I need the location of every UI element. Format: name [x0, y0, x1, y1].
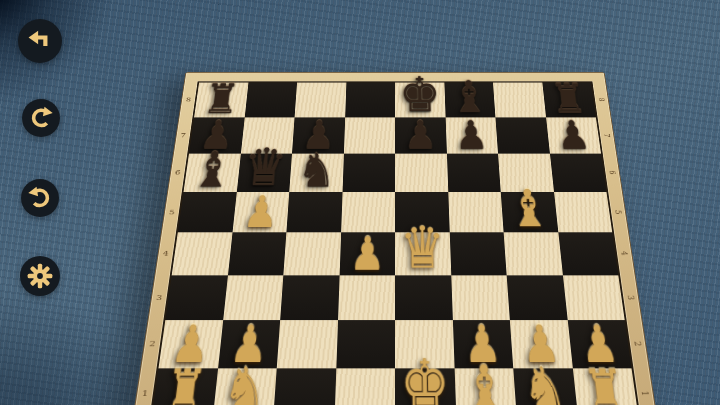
piece-black-knight[interactable]: ♞ [289, 147, 344, 194]
square-d1[interactable] [334, 368, 395, 405]
piece-black-pawn[interactable]: ♟ [395, 116, 447, 155]
piece-white-bishop[interactable]: ♝ [500, 183, 558, 234]
square-b5[interactable]: ♟ [232, 192, 289, 232]
square-e3[interactable] [395, 275, 452, 320]
square-h6[interactable] [550, 154, 607, 192]
square-e4[interactable]: ♛ [395, 232, 451, 275]
piece-white-queen[interactable]: ♛ [395, 219, 451, 277]
square-d4[interactable]: ♟ [339, 232, 395, 275]
piece-white-bishop[interactable]: ♝ [454, 357, 517, 405]
piece-white-pawn[interactable]: ♟ [339, 231, 395, 277]
square-a4[interactable] [172, 232, 232, 275]
square-h4[interactable] [558, 232, 618, 275]
square-h1[interactable]: ♜ [572, 368, 638, 405]
board-squares: ♜♚♝♜♟♟♟♟♟♝♛♞♟♝♟♛♟♟♟♟♟♜♞♚♝♞♜ [149, 81, 641, 405]
square-c6[interactable]: ♞ [289, 154, 343, 192]
square-b1[interactable]: ♞ [212, 368, 277, 405]
back-button[interactable] [18, 19, 62, 63]
piece-white-king[interactable]: ♚ [395, 351, 456, 405]
square-f7[interactable]: ♟ [445, 117, 498, 153]
settings-button[interactable] [20, 256, 60, 296]
square-a6[interactable]: ♝ [184, 154, 241, 192]
square-c1[interactable] [273, 368, 336, 405]
square-c5[interactable] [286, 192, 342, 232]
square-f6[interactable] [447, 154, 501, 192]
square-g8[interactable] [493, 83, 546, 118]
square-e7[interactable]: ♟ [395, 117, 447, 153]
square-g5[interactable]: ♝ [501, 192, 558, 232]
square-c3[interactable] [280, 275, 339, 320]
square-d7[interactable] [343, 117, 395, 153]
square-e1[interactable]: ♚ [395, 368, 456, 405]
chess-board: 87654321 87654321 ♜♚♝♜♟♟♟♟♟♝♛♞♟♝♟♛♟♟♟♟♟♜… [130, 72, 660, 405]
square-h7[interactable]: ♟ [546, 117, 601, 153]
square-a1[interactable]: ♜ [151, 368, 217, 405]
square-d6[interactable] [342, 154, 395, 192]
piece-white-pawn[interactable]: ♟ [232, 190, 289, 233]
square-c2[interactable] [277, 320, 338, 368]
piece-white-rook[interactable]: ♜ [151, 362, 218, 405]
back-arrow-icon [26, 27, 54, 55]
square-e6[interactable] [395, 154, 448, 192]
square-g1[interactable]: ♞ [513, 368, 578, 405]
piece-black-bishop[interactable]: ♝ [183, 145, 241, 193]
piece-white-knight[interactable]: ♞ [513, 359, 578, 405]
piece-white-knight[interactable]: ♞ [212, 359, 277, 405]
square-c4[interactable] [283, 232, 340, 275]
square-b8[interactable] [244, 83, 297, 118]
rotate-clockwise-icon [28, 105, 54, 131]
gear-icon [26, 262, 54, 290]
game-scene: 87654321 87654321 ♜♚♝♜♟♟♟♟♟♝♛♞♟♝♟♛♟♟♟♟♟♜… [0, 0, 720, 405]
square-f1[interactable]: ♝ [454, 368, 517, 405]
piece-black-pawn[interactable]: ♟ [445, 116, 498, 155]
square-b4[interactable] [228, 232, 287, 275]
square-h5[interactable] [554, 192, 613, 232]
square-f4[interactable] [449, 232, 506, 275]
undo-move-button[interactable] [21, 179, 59, 217]
piece-white-rook[interactable]: ♜ [572, 362, 639, 405]
square-g7[interactable] [495, 117, 549, 153]
square-d8[interactable] [345, 83, 395, 118]
square-d2[interactable] [336, 320, 395, 368]
square-f5[interactable] [448, 192, 504, 232]
square-a5[interactable] [178, 192, 237, 232]
square-d3[interactable] [338, 275, 395, 320]
undo-counterclockwise-icon [27, 185, 53, 211]
square-g4[interactable] [504, 232, 563, 275]
piece-black-pawn[interactable]: ♟ [546, 116, 602, 155]
rotate-board-button[interactable] [22, 99, 60, 137]
